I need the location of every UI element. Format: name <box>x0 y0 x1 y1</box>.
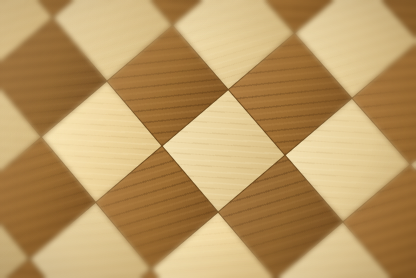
chessboard-photo <box>0 0 416 278</box>
chess-board <box>0 0 416 278</box>
